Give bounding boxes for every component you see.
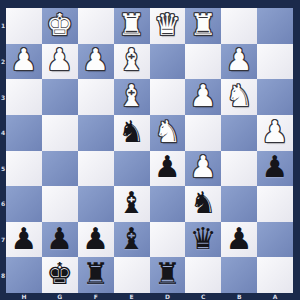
- square-d6[interactable]: [150, 186, 186, 222]
- square-f6[interactable]: [78, 186, 114, 222]
- square-h7[interactable]: ♟: [6, 222, 42, 258]
- black-queen: ♛: [190, 224, 217, 254]
- black-rook: ♜: [154, 259, 181, 289]
- square-c7[interactable]: ♛: [185, 222, 221, 258]
- square-c6[interactable]: ♞: [185, 186, 221, 222]
- square-f7[interactable]: ♟: [78, 222, 114, 258]
- file-label-f: F: [78, 293, 114, 300]
- square-c1[interactable]: ♜: [185, 8, 221, 44]
- white-pawn: ♟: [82, 45, 109, 75]
- black-pawn: ♟: [154, 152, 181, 182]
- square-g3[interactable]: [42, 79, 78, 115]
- white-king: ♚: [46, 10, 73, 40]
- black-pawn: ♟: [262, 152, 289, 182]
- white-knight: ♞: [154, 117, 181, 147]
- black-bishop: ♝: [118, 224, 145, 254]
- square-a4[interactable]: ♟: [257, 115, 293, 151]
- square-a7[interactable]: [257, 222, 293, 258]
- white-bishop: ♝: [118, 45, 145, 75]
- square-b7[interactable]: ♟: [221, 222, 257, 258]
- square-h8[interactable]: [6, 257, 42, 293]
- black-knight: ♞: [190, 188, 217, 218]
- file-labels: HGFEDCBA: [6, 293, 293, 300]
- white-rook: ♜: [118, 10, 145, 40]
- file-label-h: H: [6, 293, 42, 300]
- file-label-b: B: [221, 293, 257, 300]
- square-b5[interactable]: [221, 151, 257, 187]
- square-g8[interactable]: ♚: [42, 257, 78, 293]
- white-pawn: ♟: [10, 45, 37, 75]
- square-b4[interactable]: [221, 115, 257, 151]
- square-g2[interactable]: ♟: [42, 44, 78, 80]
- white-bishop: ♝: [118, 81, 145, 111]
- black-pawn: ♟: [82, 224, 109, 254]
- file-label-c: C: [185, 293, 221, 300]
- square-a3[interactable]: [257, 79, 293, 115]
- square-c4[interactable]: [185, 115, 221, 151]
- square-f1[interactable]: [78, 8, 114, 44]
- square-f2[interactable]: ♟: [78, 44, 114, 80]
- file-label-e: E: [114, 293, 150, 300]
- square-e3[interactable]: ♝: [114, 79, 150, 115]
- white-knight: ♞: [226, 81, 253, 111]
- black-bishop: ♝: [118, 188, 145, 218]
- square-f5[interactable]: [78, 151, 114, 187]
- square-g4[interactable]: [42, 115, 78, 151]
- white-pawn: ♟: [190, 152, 217, 182]
- square-b3[interactable]: ♞: [221, 79, 257, 115]
- white-pawn: ♟: [46, 45, 73, 75]
- square-d8[interactable]: ♜: [150, 257, 186, 293]
- square-a8[interactable]: [257, 257, 293, 293]
- square-h5[interactable]: [6, 151, 42, 187]
- square-g7[interactable]: ♟: [42, 222, 78, 258]
- chess-board-frame: 12345678 ♚♜♛♜♟♟♟♝♟♝♟♞♞♞♟♟♟♟♝♞♟♟♟♝♛♟♚♜♜ H…: [0, 0, 300, 300]
- square-c5[interactable]: ♟: [185, 151, 221, 187]
- square-e7[interactable]: ♝: [114, 222, 150, 258]
- square-d4[interactable]: ♞: [150, 115, 186, 151]
- file-label-a: A: [257, 293, 293, 300]
- square-f3[interactable]: [78, 79, 114, 115]
- white-queen: ♛: [154, 10, 181, 40]
- square-d5[interactable]: ♟: [150, 151, 186, 187]
- square-e5[interactable]: [114, 151, 150, 187]
- square-g6[interactable]: [42, 186, 78, 222]
- square-a6[interactable]: [257, 186, 293, 222]
- square-e4[interactable]: ♞: [114, 115, 150, 151]
- square-f8[interactable]: ♜: [78, 257, 114, 293]
- black-pawn: ♟: [46, 224, 73, 254]
- file-label-d: D: [150, 293, 186, 300]
- square-e1[interactable]: ♜: [114, 8, 150, 44]
- square-e2[interactable]: ♝: [114, 44, 150, 80]
- square-a1[interactable]: [257, 8, 293, 44]
- white-pawn: ♟: [190, 81, 217, 111]
- square-h1[interactable]: [6, 8, 42, 44]
- white-rook: ♜: [190, 10, 217, 40]
- square-g1[interactable]: ♚: [42, 8, 78, 44]
- square-g5[interactable]: [42, 151, 78, 187]
- square-d1[interactable]: ♛: [150, 8, 186, 44]
- black-pawn: ♟: [10, 224, 37, 254]
- black-knight: ♞: [118, 117, 145, 147]
- square-c3[interactable]: ♟: [185, 79, 221, 115]
- square-h6[interactable]: [6, 186, 42, 222]
- black-king: ♚: [46, 259, 73, 289]
- square-h3[interactable]: [6, 79, 42, 115]
- square-c2[interactable]: [185, 44, 221, 80]
- square-b8[interactable]: [221, 257, 257, 293]
- square-a2[interactable]: [257, 44, 293, 80]
- square-d2[interactable]: [150, 44, 186, 80]
- square-h4[interactable]: [6, 115, 42, 151]
- square-b1[interactable]: [221, 8, 257, 44]
- white-pawn: ♟: [262, 117, 289, 147]
- black-pawn: ♟: [226, 224, 253, 254]
- square-d7[interactable]: [150, 222, 186, 258]
- white-pawn: ♟: [226, 45, 253, 75]
- chess-board[interactable]: ♚♜♛♜♟♟♟♝♟♝♟♞♞♞♟♟♟♟♝♞♟♟♟♝♛♟♚♜♜: [6, 8, 293, 293]
- square-a5[interactable]: ♟: [257, 151, 293, 187]
- black-rook: ♜: [82, 259, 109, 289]
- square-e8[interactable]: [114, 257, 150, 293]
- square-e6[interactable]: ♝: [114, 186, 150, 222]
- square-c8[interactable]: [185, 257, 221, 293]
- square-h2[interactable]: ♟: [6, 44, 42, 80]
- square-d3[interactable]: [150, 79, 186, 115]
- square-b6[interactable]: [221, 186, 257, 222]
- square-b2[interactable]: ♟: [221, 44, 257, 80]
- square-f4[interactable]: [78, 115, 114, 151]
- file-label-g: G: [42, 293, 78, 300]
